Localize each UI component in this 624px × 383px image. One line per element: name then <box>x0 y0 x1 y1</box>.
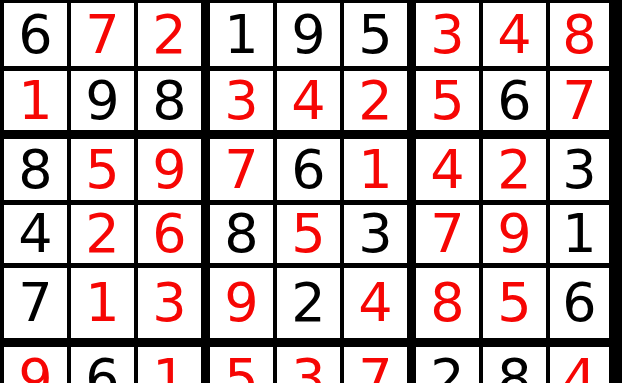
cell-r2c2[interactable]: 9 <box>71 71 134 130</box>
cell-r4c6[interactable]: 3 <box>344 205 407 263</box>
cell-r1c1[interactable]: 6 <box>4 3 67 66</box>
cell-r3c2[interactable]: 5 <box>71 139 134 200</box>
cell-r6c9[interactable]: 4 <box>550 347 609 383</box>
cell-r4c8[interactable]: 9 <box>483 205 546 263</box>
cell-r4c1[interactable]: 4 <box>4 205 67 263</box>
cell-r3c8[interactable]: 2 <box>483 139 546 200</box>
cell-r6c7[interactable]: 2 <box>416 347 479 383</box>
cell-r4c2[interactable]: 2 <box>71 205 134 263</box>
cell-r1c6[interactable]: 5 <box>344 3 407 66</box>
cell-r1c2[interactable]: 7 <box>71 3 134 66</box>
cell-r1c3[interactable]: 2 <box>138 3 201 66</box>
cell-r2c7[interactable]: 5 <box>416 71 479 130</box>
cell-r1c7[interactable]: 3 <box>416 3 479 66</box>
cell-r2c8[interactable]: 6 <box>483 71 546 130</box>
cell-r5c1[interactable]: 7 <box>4 268 67 338</box>
cell-r4c3[interactable]: 6 <box>138 205 201 263</box>
cell-r6c4[interactable]: 5 <box>210 347 273 383</box>
cell-r5c7[interactable]: 8 <box>416 268 479 338</box>
cell-r6c5[interactable]: 3 <box>277 347 340 383</box>
cell-r5c5[interactable]: 2 <box>277 268 340 338</box>
cell-r3c4[interactable]: 7 <box>210 139 273 200</box>
cell-r1c5[interactable]: 9 <box>277 3 340 66</box>
sudoku-board: 6721953481983425678597614234268537917139… <box>0 0 622 383</box>
cell-r5c4[interactable]: 9 <box>210 268 273 338</box>
cell-r5c3[interactable]: 3 <box>138 268 201 338</box>
cell-r6c3[interactable]: 1 <box>138 347 201 383</box>
cell-r3c7[interactable]: 4 <box>416 139 479 200</box>
cell-r6c6[interactable]: 7 <box>344 347 407 383</box>
cell-r2c4[interactable]: 3 <box>210 71 273 130</box>
cell-r1c4[interactable]: 1 <box>210 3 273 66</box>
cell-r3c9[interactable]: 3 <box>550 139 609 200</box>
cell-r4c4[interactable]: 8 <box>210 205 273 263</box>
sudoku-diagram: 6721953481983425678597614234268537917139… <box>0 0 624 383</box>
cell-r3c5[interactable]: 6 <box>277 139 340 200</box>
cell-r4c7[interactable]: 7 <box>416 205 479 263</box>
cell-r5c9[interactable]: 6 <box>550 268 609 338</box>
cell-r5c2[interactable]: 1 <box>71 268 134 338</box>
cell-r5c8[interactable]: 5 <box>483 268 546 338</box>
cell-r6c8[interactable]: 8 <box>483 347 546 383</box>
cell-r2c5[interactable]: 4 <box>277 71 340 130</box>
cell-r3c1[interactable]: 8 <box>4 139 67 200</box>
cell-r4c5[interactable]: 5 <box>277 205 340 263</box>
cell-r2c6[interactable]: 2 <box>344 71 407 130</box>
cell-r2c3[interactable]: 8 <box>138 71 201 130</box>
cell-r6c2[interactable]: 6 <box>71 347 134 383</box>
cell-r1c8[interactable]: 4 <box>483 3 546 66</box>
cell-r3c6[interactable]: 1 <box>344 139 407 200</box>
cell-r4c9[interactable]: 1 <box>550 205 609 263</box>
cell-r1c9[interactable]: 8 <box>550 3 609 66</box>
cell-r6c1[interactable]: 9 <box>4 347 67 383</box>
cell-r2c9[interactable]: 7 <box>550 71 609 130</box>
cell-r2c1[interactable]: 1 <box>4 71 67 130</box>
cell-r5c6[interactable]: 4 <box>344 268 407 338</box>
cell-r3c3[interactable]: 9 <box>138 139 201 200</box>
